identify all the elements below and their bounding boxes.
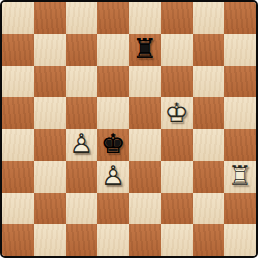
square-a5[interactable]	[2, 97, 34, 129]
square-g5[interactable]	[193, 97, 225, 129]
square-b6[interactable]	[34, 66, 66, 98]
square-g2[interactable]	[193, 193, 225, 225]
square-b2[interactable]	[34, 193, 66, 225]
square-e1[interactable]	[129, 224, 161, 256]
black-rook-e7[interactable]: ♜♖	[129, 34, 161, 66]
king-glyph-outline: ♔	[97, 129, 129, 161]
square-e7[interactable]: ♜♖	[129, 34, 161, 66]
white-king-f5[interactable]: ♚♔	[161, 97, 193, 129]
square-a1[interactable]	[2, 224, 34, 256]
square-d3[interactable]: ♟♙	[97, 161, 129, 193]
square-e6[interactable]	[129, 66, 161, 98]
square-d8[interactable]	[97, 2, 129, 34]
square-h5[interactable]	[224, 97, 256, 129]
square-h8[interactable]	[224, 2, 256, 34]
square-c2[interactable]	[66, 193, 98, 225]
square-f1[interactable]	[161, 224, 193, 256]
square-b4[interactable]	[34, 129, 66, 161]
square-f8[interactable]	[161, 2, 193, 34]
square-g8[interactable]	[193, 2, 225, 34]
square-c1[interactable]	[66, 224, 98, 256]
square-d1[interactable]	[97, 224, 129, 256]
square-c8[interactable]	[66, 2, 98, 34]
square-b5[interactable]	[34, 97, 66, 129]
black-king-d4[interactable]: ♚♔	[97, 129, 129, 161]
chess-board: ♜♖♚♔♟♙♚♔♟♙♜♖	[0, 0, 258, 258]
square-e3[interactable]	[129, 161, 161, 193]
square-c5[interactable]	[66, 97, 98, 129]
square-g4[interactable]	[193, 129, 225, 161]
square-b1[interactable]	[34, 224, 66, 256]
square-a6[interactable]	[2, 66, 34, 98]
square-g6[interactable]	[193, 66, 225, 98]
square-d5[interactable]	[97, 97, 129, 129]
square-a3[interactable]	[2, 161, 34, 193]
square-g7[interactable]	[193, 34, 225, 66]
square-h4[interactable]	[224, 129, 256, 161]
square-e2[interactable]	[129, 193, 161, 225]
square-g1[interactable]	[193, 224, 225, 256]
square-e5[interactable]	[129, 97, 161, 129]
square-c3[interactable]	[66, 161, 98, 193]
square-a2[interactable]	[2, 193, 34, 225]
pawn-glyph-outline: ♙	[66, 129, 98, 161]
square-a4[interactable]	[2, 129, 34, 161]
square-d7[interactable]	[97, 34, 129, 66]
square-a7[interactable]	[2, 34, 34, 66]
square-f5[interactable]: ♚♔	[161, 97, 193, 129]
square-d6[interactable]	[97, 66, 129, 98]
square-d4[interactable]: ♚♔	[97, 129, 129, 161]
square-f6[interactable]	[161, 66, 193, 98]
white-pawn-d3[interactable]: ♟♙	[97, 161, 129, 193]
chess-diagram: ♜♖♚♔♟♙♚♔♟♙♜♖	[0, 0, 258, 258]
square-c7[interactable]	[66, 34, 98, 66]
square-b8[interactable]	[34, 2, 66, 34]
square-f7[interactable]	[161, 34, 193, 66]
square-b7[interactable]	[34, 34, 66, 66]
square-f4[interactable]	[161, 129, 193, 161]
square-h1[interactable]	[224, 224, 256, 256]
square-d2[interactable]	[97, 193, 129, 225]
square-c6[interactable]	[66, 66, 98, 98]
white-pawn-c4[interactable]: ♟♙	[66, 129, 98, 161]
square-h6[interactable]	[224, 66, 256, 98]
square-e4[interactable]	[129, 129, 161, 161]
square-h7[interactable]	[224, 34, 256, 66]
square-e8[interactable]	[129, 2, 161, 34]
pawn-glyph-outline: ♙	[97, 161, 129, 193]
square-a8[interactable]	[2, 2, 34, 34]
square-f3[interactable]	[161, 161, 193, 193]
king-glyph-outline: ♔	[161, 97, 193, 129]
rook-glyph-outline: ♖	[129, 34, 161, 66]
square-h3[interactable]: ♜♖	[224, 161, 256, 193]
square-g3[interactable]	[193, 161, 225, 193]
square-c4[interactable]: ♟♙	[66, 129, 98, 161]
square-f2[interactable]	[161, 193, 193, 225]
rook-glyph-outline: ♖	[224, 161, 256, 193]
square-h2[interactable]	[224, 193, 256, 225]
white-rook-h3[interactable]: ♜♖	[224, 161, 256, 193]
square-b3[interactable]	[34, 161, 66, 193]
